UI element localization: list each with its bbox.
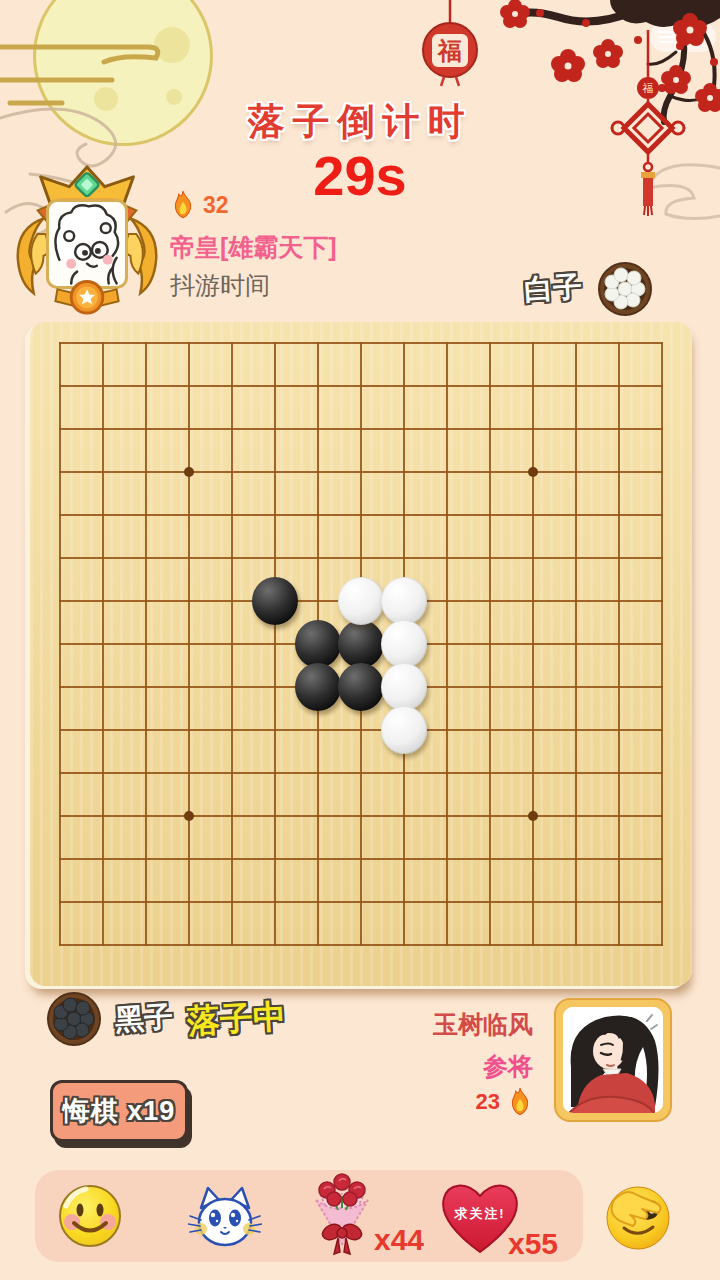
menu-icon[interactable] — [650, 31, 683, 43]
white-stone-bowl-icon — [598, 262, 652, 316]
star-point — [184, 467, 194, 477]
turn-status: 落子中 — [186, 994, 287, 1044]
white-stone — [338, 577, 384, 625]
star-point — [528, 811, 538, 821]
star-point — [184, 811, 194, 821]
smiley-emote-button[interactable] — [58, 1184, 122, 1248]
white-stone — [381, 620, 427, 668]
plum-blossoms — [500, 0, 720, 112]
fu-lantern-icon: 福 — [423, 0, 477, 86]
black-stone — [338, 620, 384, 668]
heart-text: 求关注! — [453, 1206, 505, 1221]
opponent-rank: 帝皇[雄霸天下] — [170, 231, 337, 264]
game-screen: 福 福 — [0, 0, 720, 1280]
heart-count: x55 — [508, 1227, 558, 1261]
white-stone — [381, 577, 427, 625]
undo-button[interactable]: 悔棋 x19 — [50, 1080, 188, 1142]
black-stone — [295, 663, 341, 711]
black-stone — [252, 577, 298, 625]
svg-text:福: 福 — [643, 82, 654, 94]
player-streak-count: 23 — [476, 1089, 500, 1115]
bouquet-count: x44 — [374, 1223, 424, 1257]
window-capsule: × — [650, 22, 716, 52]
board-grid[interactable] — [59, 342, 663, 946]
black-stone — [295, 620, 341, 668]
countdown-title: 落子倒计时 — [0, 97, 720, 147]
player-rank: 参将 — [393, 1050, 533, 1083]
black-stone-bowl-icon — [47, 992, 101, 1046]
white-stone — [381, 663, 427, 711]
player-streak: 23 — [413, 1087, 533, 1117]
black-stone — [338, 663, 384, 711]
countdown-value: 29s — [0, 143, 720, 208]
bouquet-emote-button[interactable] — [310, 1170, 374, 1258]
cat-emote-button[interactable] — [188, 1186, 262, 1248]
svg-text:福: 福 — [436, 37, 462, 64]
black-side-label: 黑子 — [114, 997, 175, 1041]
flame-icon — [507, 1087, 533, 1117]
star-point — [528, 467, 538, 477]
close-icon[interactable]: × — [684, 23, 716, 51]
white-side-label: 白子 — [523, 267, 584, 311]
go-board — [30, 322, 692, 986]
white-stone — [381, 706, 427, 754]
player-avatar[interactable] — [554, 998, 672, 1122]
hug-emote-button[interactable] — [604, 1184, 672, 1252]
opponent-name: 抖游时间 — [170, 269, 270, 302]
player-name: 玉树临风 — [393, 1008, 533, 1041]
